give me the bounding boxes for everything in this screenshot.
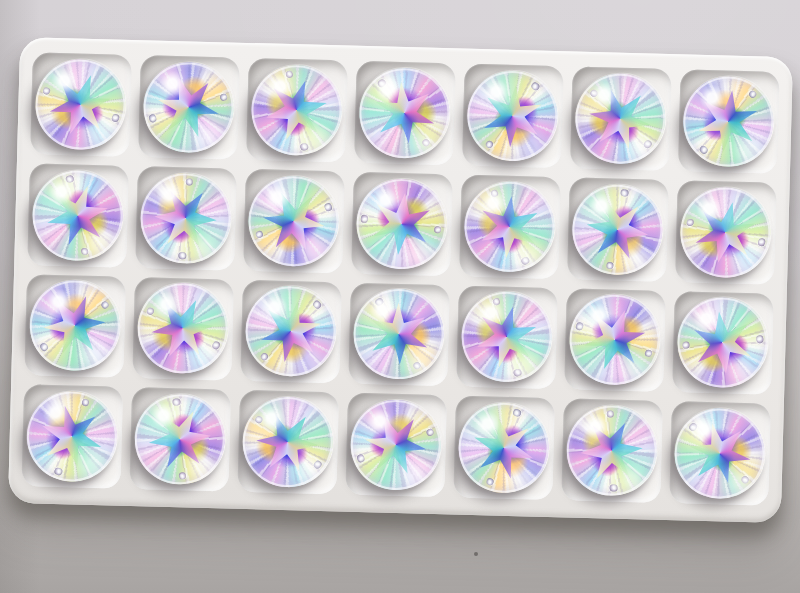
tray-cell — [30, 52, 132, 156]
tray-cell — [27, 163, 129, 267]
gem-star-facets — [577, 416, 647, 486]
tray-cell — [561, 399, 663, 503]
gem-stitch-hole — [589, 88, 599, 98]
dust-speck — [474, 552, 478, 556]
gem-stitch-hole — [610, 485, 618, 493]
gem-stitch-hole — [758, 237, 767, 246]
gem-star-facets — [30, 281, 121, 372]
gem-facets — [235, 162, 354, 281]
gem-facets — [225, 379, 351, 505]
gem-stitch-hole — [259, 352, 269, 362]
tray-cell — [567, 177, 669, 281]
tray-cell — [21, 384, 123, 488]
gem-stitch-hole — [606, 261, 614, 269]
tray-cell — [240, 279, 342, 383]
gem-facets — [243, 56, 352, 165]
gem-stitch-hole — [146, 306, 156, 316]
gem-stitch-hole — [686, 217, 695, 226]
gem-star-facets — [466, 296, 548, 378]
gem-stitch-hole — [173, 398, 181, 406]
gem-star-facets — [144, 404, 216, 476]
tray-cell — [453, 396, 555, 500]
tray-cell — [246, 58, 348, 162]
gem-stitch-hole — [377, 78, 387, 88]
tray-cell — [135, 166, 237, 270]
gem-stitch-hole — [485, 478, 494, 487]
gem-stitch-hole — [220, 93, 229, 102]
tray-cell — [564, 288, 666, 392]
gem-stitch-hole — [148, 114, 157, 123]
gem-facets — [665, 58, 792, 185]
gem-facets — [450, 53, 576, 179]
gem-stitch-hole — [42, 86, 51, 95]
gem-star-facets — [581, 192, 656, 267]
gem-facets — [123, 269, 243, 389]
gem-facets — [450, 166, 571, 287]
tray-cell — [345, 393, 447, 497]
gem-star-facets — [674, 408, 766, 500]
rhinestone-gem — [359, 67, 451, 159]
gem-facets — [24, 161, 133, 270]
gem-stitch-hole — [426, 428, 435, 437]
gem-star-facets — [575, 73, 667, 165]
gem-facets — [352, 174, 452, 274]
gem-facets — [23, 47, 138, 162]
gem-facets — [672, 178, 781, 287]
gem-stitch-hole — [741, 475, 751, 485]
tray-cell — [132, 277, 234, 381]
gem-stitch-hole — [39, 343, 49, 353]
tray-grid — [21, 52, 779, 505]
gem-facets — [673, 293, 773, 393]
gem-stitch-hole — [54, 467, 63, 476]
rhinestone-gem — [32, 169, 124, 261]
gem-stitch-hole — [607, 410, 615, 418]
rhinestone-gem — [569, 294, 661, 386]
rhinestone-gem — [140, 172, 232, 264]
rhinestone-gem — [461, 291, 553, 383]
gem-stitch-hole — [749, 89, 759, 99]
gem-star-facets — [148, 66, 230, 148]
gem-star-facets — [354, 290, 444, 380]
gem-star-facets — [251, 178, 336, 263]
gem-stitch-hole — [255, 229, 264, 238]
gem-stitch-hole — [412, 362, 422, 372]
tray-cell — [675, 180, 777, 284]
gem-star-facets — [40, 63, 123, 146]
tray-cell — [351, 171, 453, 275]
gem-stitch-hole — [356, 454, 365, 463]
gem-stitch-hole — [324, 202, 333, 211]
gem-star-facets — [354, 403, 439, 488]
gem-star-facets — [258, 71, 336, 149]
gem-star-facets — [31, 395, 114, 478]
gem-star-facets — [359, 67, 450, 158]
gem-facets — [566, 177, 670, 281]
gem-star-facets — [463, 406, 546, 489]
rhinestone-gem — [137, 282, 229, 374]
gem-stitch-hole — [212, 341, 222, 351]
gem-stitch-hole — [421, 138, 431, 148]
rhinestone-gem — [677, 297, 769, 389]
gem-stitch-hole — [82, 398, 91, 407]
gem-stitch-hole — [575, 322, 584, 331]
gem-facets — [227, 268, 354, 395]
gem-star-facets — [152, 184, 221, 253]
storage-tray — [8, 37, 793, 523]
gem-facets — [138, 170, 233, 265]
gem-stitch-hole — [688, 422, 698, 432]
gem-stitch-hole — [360, 214, 368, 222]
gem-stitch-hole — [254, 414, 264, 424]
gem-facets — [564, 402, 661, 499]
rhinestone-gem — [251, 64, 343, 156]
gem-stitch-hole — [286, 69, 295, 78]
gem-facets — [337, 386, 455, 504]
gem-facets — [450, 280, 564, 394]
rhinestone-gem — [245, 285, 337, 377]
gem-facets — [12, 263, 138, 389]
tray-cell — [348, 282, 450, 386]
rhinestone-gem — [143, 61, 235, 153]
gem-stitch-hole — [112, 113, 121, 122]
gem-facets — [557, 55, 684, 182]
rhinestone-gem — [467, 70, 559, 162]
tray-cell — [678, 69, 780, 173]
gem-stitch-hole — [492, 297, 501, 306]
rhinestone-gem — [29, 280, 121, 372]
rhinestone-gem — [464, 180, 556, 272]
gem-facets — [15, 379, 130, 494]
gem-star-facets — [574, 299, 657, 382]
tray-cell — [456, 285, 558, 389]
rhinestone-gem — [35, 58, 127, 150]
tray-cell — [24, 274, 126, 378]
tray-cell — [570, 66, 672, 170]
rhinestone-gem — [458, 402, 550, 494]
rhinestone-gem — [674, 407, 766, 499]
gem-stitch-hole — [513, 408, 522, 417]
tray-cell — [354, 61, 456, 165]
gem-facets — [132, 50, 246, 164]
gem-star-facets — [687, 307, 759, 379]
gem-stitch-hole — [101, 300, 111, 310]
gem-star-facets — [245, 286, 337, 378]
rhinestone-gem — [134, 393, 226, 485]
gem-stitch-hole — [682, 341, 690, 349]
gem-stitch-hole — [490, 188, 500, 198]
gem-stitch-hole — [179, 252, 187, 260]
gem-stitch-hole — [313, 460, 323, 470]
gem-facets — [342, 50, 469, 177]
tray-cell — [672, 291, 774, 395]
gem-stitch-hole — [699, 145, 709, 155]
gem-facets — [447, 390, 562, 505]
rhinestone-gem — [572, 183, 664, 275]
tray-cell — [129, 387, 231, 491]
rhinestone-gem — [248, 175, 340, 267]
rhinestone-gem — [683, 75, 775, 167]
gem-star-facets — [466, 183, 553, 270]
gem-stitch-hole — [81, 247, 90, 256]
rhinestone-gem — [350, 399, 442, 491]
rhinestone-gem — [242, 396, 334, 488]
rhinestone-gem — [575, 72, 667, 164]
gem-stitch-hole — [757, 335, 765, 343]
gem-stitch-hole — [621, 188, 629, 196]
tray-cell — [243, 169, 345, 273]
rhinestone-gem — [353, 288, 445, 380]
gem-stitch-hole — [313, 300, 323, 310]
gem-star-facets — [687, 193, 765, 271]
gem-star-facets — [683, 76, 774, 167]
gem-facets — [130, 390, 230, 490]
gem-stitch-hole — [484, 139, 494, 149]
rhinestone-gem — [566, 405, 658, 497]
gem-stitch-hole — [186, 177, 194, 185]
gem-stitch-hole — [521, 256, 531, 266]
gem-stitch-hole — [179, 472, 187, 480]
tray-cell — [459, 174, 561, 278]
gem-stitch-hole — [434, 226, 442, 234]
gem-star-facets — [467, 70, 558, 161]
gem-stitch-hole — [531, 81, 541, 91]
gem-facets — [558, 283, 673, 398]
tray-cell — [237, 390, 339, 494]
rhinestone-gem — [680, 186, 772, 278]
gem-stitch-hole — [643, 139, 653, 149]
gem-stitch-hole — [301, 143, 310, 152]
gem-facets — [337, 272, 461, 396]
tray-cell — [669, 401, 771, 505]
gem-stitch-hole — [375, 297, 385, 307]
gem-star-facets — [39, 176, 117, 254]
rhinestone-gem — [356, 177, 448, 269]
gem-stitch-hole — [66, 174, 75, 183]
gem-stitch-hole — [645, 349, 654, 358]
rhinestone-gem — [26, 390, 118, 482]
tray-cell — [138, 55, 240, 159]
gem-star-facets — [243, 397, 333, 487]
gem-star-facets — [140, 285, 226, 371]
gem-star-facets — [366, 188, 438, 260]
gem-facets — [656, 390, 783, 517]
tray-cell — [462, 64, 564, 168]
gem-stitch-hole — [514, 369, 523, 378]
